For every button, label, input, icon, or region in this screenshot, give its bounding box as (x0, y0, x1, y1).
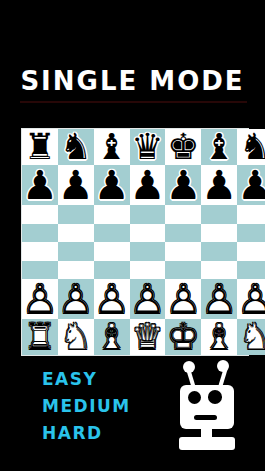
menu-item-hard[interactable]: HARD (42, 420, 131, 447)
square-e2[interactable]: ♟♙ (165, 279, 201, 319)
menu-item-medium[interactable]: MEDIUM (42, 393, 131, 420)
robot-antenna-ball-right (217, 360, 229, 372)
square-e8[interactable]: ♚ (165, 129, 201, 165)
piece-white-pawn[interactable]: ♟♙ (94, 279, 130, 319)
square-f1[interactable]: ♝♗ (201, 319, 237, 355)
square-c5[interactable] (94, 224, 130, 243)
page-title: SINGLE MODE (0, 66, 265, 96)
piece-black-pawn[interactable]: ♟ (94, 165, 130, 205)
square-f2[interactable]: ♟♙ (201, 279, 237, 319)
square-c2[interactable]: ♟♙ (94, 279, 130, 319)
square-g4[interactable] (237, 242, 265, 261)
piece-black-knight[interactable]: ♞ (239, 129, 265, 165)
square-b7[interactable]: ♟ (58, 165, 94, 205)
piece-white-knight[interactable]: ♞♘ (239, 319, 265, 355)
piece-black-knight[interactable]: ♞ (60, 129, 92, 165)
piece-black-pawn[interactable]: ♟ (58, 165, 94, 205)
piece-black-pawn[interactable]: ♟ (237, 165, 265, 205)
robot-eye-left (188, 391, 201, 404)
square-d8[interactable]: ♛ (130, 129, 166, 165)
square-a8[interactable]: ♜ (22, 129, 58, 165)
square-g8[interactable]: ♞ (237, 129, 265, 165)
square-c7[interactable]: ♟ (94, 165, 130, 205)
square-d7[interactable]: ♟ (130, 165, 166, 205)
chess-board[interactable]: ♜♞♝♛♚♝♞♜♟♟♟♟♟♟♟♟♟♙♟♙♟♙♟♙♟♙♟♙♟♙♟♙♜♖♞♘♝♗♛♕… (21, 128, 249, 356)
square-c8[interactable]: ♝ (94, 129, 130, 165)
piece-white-bishop[interactable]: ♝♗ (96, 319, 128, 355)
robot-eye-right (208, 390, 222, 404)
piece-black-king[interactable]: ♚ (167, 129, 199, 165)
square-e1[interactable]: ♚♔ (165, 319, 201, 355)
piece-white-pawn[interactable]: ♟♙ (165, 279, 201, 319)
square-a1[interactable]: ♜♖ (22, 319, 58, 355)
robot-base (179, 437, 235, 450)
piece-black-pawn[interactable]: ♟ (165, 165, 201, 205)
square-a5[interactable] (22, 224, 58, 243)
difficulty-menu: EASY MEDIUM HARD (42, 366, 131, 447)
square-a7[interactable]: ♟ (22, 165, 58, 205)
square-e7[interactable]: ♟ (165, 165, 201, 205)
square-d4[interactable] (130, 242, 166, 261)
square-g2[interactable]: ♟♙ (237, 279, 265, 319)
square-d5[interactable] (130, 224, 166, 243)
square-f4[interactable] (201, 242, 237, 261)
piece-white-bishop[interactable]: ♝♗ (203, 319, 235, 355)
square-b1[interactable]: ♞♘ (58, 319, 94, 355)
square-c4[interactable] (94, 242, 130, 261)
piece-white-queen[interactable]: ♛♕ (131, 319, 163, 355)
piece-white-king[interactable]: ♚♔ (167, 319, 199, 355)
robot-antenna-ball-left (183, 361, 195, 373)
robot-neck (201, 428, 212, 438)
piece-black-pawn[interactable]: ♟ (201, 165, 237, 205)
piece-black-bishop[interactable]: ♝ (96, 129, 128, 165)
piece-black-rook[interactable]: ♜ (24, 129, 56, 165)
square-e4[interactable] (165, 242, 201, 261)
title-divider (20, 101, 247, 103)
square-g7[interactable]: ♟ (237, 165, 265, 205)
piece-black-bishop[interactable]: ♝ (203, 129, 235, 165)
square-d2[interactable]: ♟♙ (130, 279, 166, 319)
square-d1[interactable]: ♛♕ (130, 319, 166, 355)
square-c1[interactable]: ♝♗ (94, 319, 130, 355)
piece-white-knight[interactable]: ♞♘ (60, 319, 92, 355)
piece-white-pawn[interactable]: ♟♙ (237, 279, 265, 319)
square-g5[interactable] (237, 224, 265, 243)
square-f8[interactable]: ♝ (201, 129, 237, 165)
square-f5[interactable] (201, 224, 237, 243)
square-b4[interactable] (58, 242, 94, 261)
robot-antenna-left (186, 369, 195, 388)
square-f7[interactable]: ♟ (201, 165, 237, 205)
square-e5[interactable] (165, 224, 201, 243)
piece-white-rook[interactable]: ♜♖ (24, 319, 56, 355)
piece-black-pawn[interactable]: ♟ (130, 165, 166, 205)
piece-white-pawn[interactable]: ♟♙ (22, 279, 58, 319)
menu-item-easy[interactable]: EASY (42, 366, 131, 393)
piece-white-pawn[interactable]: ♟♙ (58, 279, 94, 319)
single-mode-screen: SINGLE MODE ♜♞♝♛♚♝♞♜♟♟♟♟♟♟♟♟♟♙♟♙♟♙♟♙♟♙♟♙… (0, 0, 265, 471)
square-b5[interactable] (58, 224, 94, 243)
robot-antenna-right (218, 368, 227, 387)
piece-white-pawn[interactable]: ♟♙ (130, 279, 166, 319)
square-a2[interactable]: ♟♙ (22, 279, 58, 319)
robot-head (180, 385, 234, 429)
square-b8[interactable]: ♞ (58, 129, 94, 165)
piece-white-pawn[interactable]: ♟♙ (201, 279, 237, 319)
square-a4[interactable] (22, 242, 58, 261)
square-g1[interactable]: ♞♘ (237, 319, 265, 355)
square-b2[interactable]: ♟♙ (58, 279, 94, 319)
robot-mouth (194, 415, 217, 420)
piece-black-pawn[interactable]: ♟ (22, 165, 58, 205)
piece-black-queen[interactable]: ♛ (131, 129, 163, 165)
